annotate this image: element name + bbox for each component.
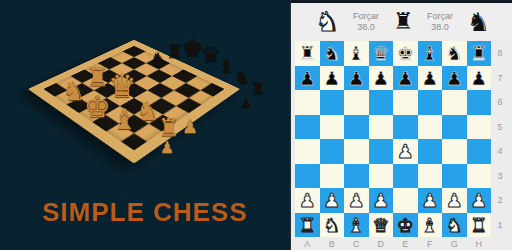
photo-piece-icon: ♞ — [136, 98, 159, 124]
black-pawn-piece: ♟ — [323, 66, 340, 91]
square-d6[interactable] — [369, 90, 394, 115]
square-f8[interactable]: ♝ — [418, 41, 443, 66]
square-f3[interactable] — [418, 164, 443, 189]
white-pawn-piece: ♟ — [397, 139, 414, 164]
square-b5[interactable] — [320, 115, 345, 140]
white-rook-piece: ♜ — [299, 213, 316, 238]
square-a1[interactable]: ♜ — [295, 213, 320, 238]
black-bishop-piece: ♝ — [421, 41, 438, 66]
square-g8[interactable]: ♞ — [442, 41, 467, 66]
white-knight-icon: ♞ — [315, 8, 339, 35]
white-knight-piece: ♞ — [446, 213, 463, 238]
square-d5[interactable] — [369, 115, 394, 140]
square-a6[interactable] — [295, 90, 320, 115]
square-f2[interactable]: ♟ — [418, 188, 443, 213]
square-b4[interactable] — [320, 139, 345, 164]
square-a8[interactable]: ♜ — [295, 41, 320, 66]
white-bishop-piece: ♝ — [421, 213, 438, 238]
white-pawn-piece: ♟ — [299, 188, 316, 213]
square-c1[interactable]: ♝ — [344, 213, 369, 238]
white-knight-piece: ♞ — [323, 213, 340, 238]
engine-value: 38.0 — [357, 22, 375, 32]
square-c2[interactable]: ♟ — [344, 188, 369, 213]
square-h1[interactable]: ♜ — [467, 213, 492, 238]
chess-board[interactable]: ♜♞♝♛♚♝♞♜♟♟♟♟♟♟♟♟♟♟♟♟♟♟♟♟♜♞♝♛♚♝♞♜ — [295, 41, 491, 237]
rank-label-7: 7 — [491, 66, 509, 91]
black-queen-piece: ♛ — [372, 41, 389, 66]
black-engine-label: Forçar 38.0 — [427, 11, 453, 33]
white-rook-piece: ♜ — [470, 213, 487, 238]
square-h3[interactable] — [467, 164, 492, 189]
square-d4[interactable] — [369, 139, 394, 164]
black-pawn-piece: ♟ — [397, 66, 414, 91]
square-e5[interactable] — [393, 115, 418, 140]
file-label-d: D — [369, 238, 394, 250]
square-g5[interactable] — [442, 115, 467, 140]
rank-label-6: 6 — [491, 90, 509, 115]
square-c3[interactable] — [344, 164, 369, 189]
photo-piece-icon: ♜ — [166, 42, 183, 61]
square-c8[interactable]: ♝ — [344, 41, 369, 66]
square-d1[interactable]: ♛ — [369, 213, 394, 238]
black-bishop-piece: ♝ — [348, 41, 365, 66]
rank-label-5: 5 — [491, 115, 509, 140]
square-b6[interactable] — [320, 90, 345, 115]
square-a3[interactable] — [295, 164, 320, 189]
square-h5[interactable] — [467, 115, 492, 140]
square-g2[interactable]: ♟ — [442, 188, 467, 213]
white-pawn-piece: ♟ — [470, 188, 487, 213]
square-c4[interactable] — [344, 139, 369, 164]
square-b2[interactable]: ♟ — [320, 188, 345, 213]
black-pawn-piece: ♟ — [421, 66, 438, 91]
file-label-b: B — [320, 238, 345, 250]
black-knight-piece: ♞ — [323, 41, 340, 66]
square-f6[interactable] — [418, 90, 443, 115]
chess-set-photo: ♞♜♚♛♝♞♜♟♞♜♛♚♝♞♜♟♟ — [20, 12, 270, 190]
white-pawn-piece: ♟ — [446, 188, 463, 213]
photo-piece-icon: ♛ — [108, 70, 137, 102]
square-g3[interactable] — [442, 164, 467, 189]
square-h7[interactable]: ♟ — [467, 66, 492, 91]
rank-label-1: 1 — [491, 213, 509, 238]
photo-piece-icon: ♜ — [86, 64, 109, 90]
square-d3[interactable] — [369, 164, 394, 189]
square-e2[interactable] — [393, 188, 418, 213]
square-c5[interactable] — [344, 115, 369, 140]
square-h4[interactable] — [467, 139, 492, 164]
square-a4[interactable] — [295, 139, 320, 164]
file-label-a: A — [295, 238, 320, 250]
square-e8[interactable]: ♚ — [393, 41, 418, 66]
square-e3[interactable] — [393, 164, 418, 189]
photo-piece-icon: ♞ — [234, 68, 250, 86]
square-d2[interactable]: ♟ — [369, 188, 394, 213]
white-bishop-piece: ♝ — [348, 213, 365, 238]
square-a7[interactable]: ♟ — [295, 66, 320, 91]
engine-label: Forçar — [427, 11, 453, 21]
white-engine-label: Forçar 38.0 — [353, 11, 379, 33]
square-c6[interactable] — [344, 90, 369, 115]
black-rook-icon: ♜ — [393, 10, 414, 33]
square-d7[interactable]: ♟ — [369, 66, 394, 91]
rank-label-2: 2 — [491, 188, 509, 213]
app-title: SIMPLE CHESS — [0, 197, 290, 228]
black-pawn-piece: ♟ — [470, 66, 487, 91]
photo-piece-icon: ♟ — [182, 118, 198, 136]
square-g1[interactable]: ♞ — [442, 213, 467, 238]
square-b1[interactable]: ♞ — [320, 213, 345, 238]
file-label-e: E — [393, 238, 418, 250]
square-h6[interactable] — [467, 90, 492, 115]
rank-label-8: 8 — [491, 41, 509, 66]
square-e7[interactable]: ♟ — [393, 66, 418, 91]
rank-labels: 87654321 — [491, 41, 509, 237]
square-e1[interactable]: ♚ — [393, 213, 418, 238]
square-h8[interactable]: ♜ — [467, 41, 492, 66]
white-pawn-piece: ♟ — [372, 188, 389, 213]
white-king-piece: ♚ — [397, 213, 414, 238]
white-queen-piece: ♛ — [372, 213, 389, 238]
square-b3[interactable] — [320, 164, 345, 189]
engine-label: Forçar — [353, 11, 379, 21]
black-knight-icon: ♞ — [467, 9, 490, 35]
black-pawn-piece: ♟ — [348, 66, 365, 91]
black-rook-piece: ♜ — [470, 41, 487, 66]
square-f5[interactable] — [418, 115, 443, 140]
file-label-g: G — [442, 238, 467, 250]
photo-piece-icon: ♟ — [240, 96, 252, 109]
white-pawn-piece: ♟ — [323, 188, 340, 213]
white-pawn-piece: ♟ — [348, 188, 365, 213]
square-f1[interactable]: ♝ — [418, 213, 443, 238]
promo-panel: ♞♜♚♛♝♞♜♟♞♜♛♚♝♞♜♟♟ SIMPLE CHESS — [0, 0, 290, 250]
photo-piece-icon: ♝ — [218, 56, 235, 75]
file-label-c: C — [344, 238, 369, 250]
black-rook-piece: ♜ — [299, 41, 316, 66]
square-h2[interactable]: ♟ — [467, 188, 492, 213]
black-king-piece: ♚ — [397, 41, 414, 66]
square-f7[interactable]: ♟ — [418, 66, 443, 91]
photo-piece-icon: ♚ — [84, 92, 111, 122]
square-d8[interactable]: ♛ — [369, 41, 394, 66]
square-e4[interactable]: ♟ — [393, 139, 418, 164]
black-pawn-piece: ♟ — [299, 66, 316, 91]
square-a5[interactable] — [295, 115, 320, 140]
file-labels: ABCDEFGH — [295, 238, 491, 250]
square-g6[interactable] — [442, 90, 467, 115]
black-knight-piece: ♞ — [446, 41, 463, 66]
engine-value: 38.0 — [431, 22, 449, 32]
photo-piece-icon: ♟ — [160, 140, 174, 156]
square-g7[interactable]: ♟ — [442, 66, 467, 91]
white-pawn-piece: ♟ — [421, 188, 438, 213]
square-c7[interactable]: ♟ — [344, 66, 369, 91]
square-e6[interactable] — [393, 90, 418, 115]
rank-label-4: 4 — [491, 139, 509, 164]
black-pawn-piece: ♟ — [372, 66, 389, 91]
square-a2[interactable]: ♟ — [295, 188, 320, 213]
black-pawn-piece: ♟ — [446, 66, 463, 91]
photo-piece-icon: ♜ — [158, 116, 180, 140]
square-f4[interactable] — [418, 139, 443, 164]
file-label-h: H — [467, 238, 492, 250]
square-b8[interactable]: ♞ — [320, 41, 345, 66]
photo-piece-icon: ♞ — [62, 78, 85, 104]
game-header: ♞ Forçar 38.0 ♜ Forçar 38.0 ♞ — [291, 3, 512, 40]
square-b7[interactable]: ♟ — [320, 66, 345, 91]
photo-piece-icon: ♞ — [150, 50, 167, 69]
game-panel: ♞ Forçar 38.0 ♜ Forçar 38.0 ♞ ♜♞♝♛♚♝♞♜♟♟… — [290, 0, 512, 250]
rank-label-3: 3 — [491, 164, 509, 189]
file-label-f: F — [418, 238, 443, 250]
photo-piece-icon: ♝ — [112, 106, 137, 134]
photo-piece-icon: ♜ — [250, 80, 265, 97]
square-g4[interactable] — [442, 139, 467, 164]
